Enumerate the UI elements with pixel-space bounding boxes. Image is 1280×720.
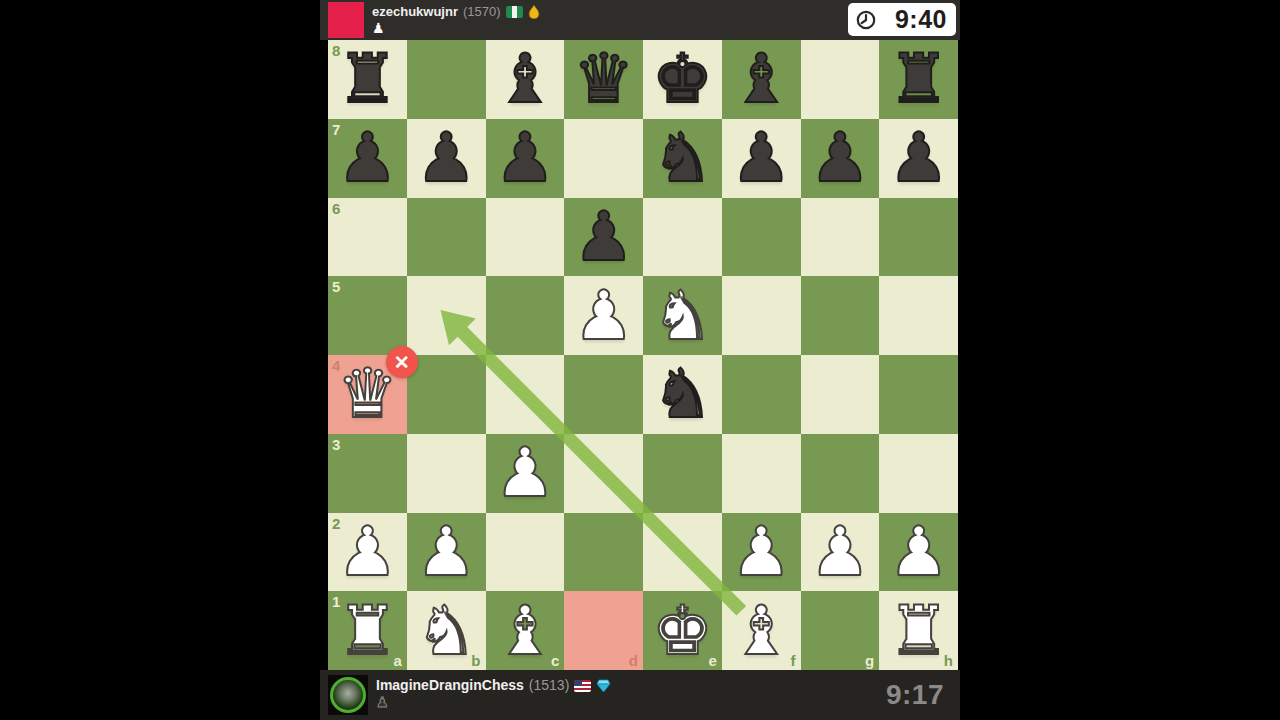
avatar-image xyxy=(330,677,366,713)
white-pawn-b2[interactable]: ♟ xyxy=(407,513,486,592)
square-b8[interactable] xyxy=(407,40,486,119)
square-d1[interactable]: d xyxy=(564,591,643,670)
black-rook-h8[interactable]: ♜ xyxy=(879,40,958,119)
square-g4[interactable] xyxy=(801,355,880,434)
white-pawn-d5[interactable]: ♟ xyxy=(564,276,643,355)
square-g8[interactable] xyxy=(801,40,880,119)
white-rook-h1[interactable]: ♜ xyxy=(879,591,958,670)
bottom-player-avatar[interactable] xyxy=(328,675,368,715)
square-b1[interactable]: b♞ xyxy=(407,591,486,670)
black-pawn-d6[interactable]: ♟ xyxy=(564,198,643,277)
square-c4[interactable] xyxy=(486,355,565,434)
square-b2[interactable]: ♟ xyxy=(407,513,486,592)
bottom-player-bar: ImagineDranginChess (1513) ♟ 9:17 xyxy=(320,670,960,720)
square-f5[interactable] xyxy=(722,276,801,355)
square-c8[interactable]: ♝ xyxy=(486,40,565,119)
white-bishop-c1[interactable]: ♝ xyxy=(486,591,565,670)
black-pawn-f7[interactable]: ♟ xyxy=(722,119,801,198)
white-knight-b1[interactable]: ♞ xyxy=(407,591,486,670)
rank-label-3: 3 xyxy=(332,436,340,453)
diamond-member-icon xyxy=(596,679,611,693)
square-a3[interactable]: 3 xyxy=(328,434,407,513)
square-e5[interactable]: ♞ xyxy=(643,276,722,355)
white-pawn-h2[interactable]: ♟ xyxy=(879,513,958,592)
square-d2[interactable] xyxy=(564,513,643,592)
white-pawn-c3[interactable]: ♟ xyxy=(486,434,565,513)
square-h7[interactable]: ♟ xyxy=(879,119,958,198)
cancel-x-badge: ✕ xyxy=(386,346,418,378)
square-f3[interactable] xyxy=(722,434,801,513)
black-knight-e7[interactable]: ♞ xyxy=(643,119,722,198)
top-player-clock: 9:40 xyxy=(848,3,956,36)
file-label-d: d xyxy=(629,652,638,669)
square-f8[interactable]: ♝ xyxy=(722,40,801,119)
square-d7[interactable] xyxy=(564,119,643,198)
square-e3[interactable] xyxy=(643,434,722,513)
square-h2[interactable]: ♟ xyxy=(879,513,958,592)
square-e4[interactable]: ♞ xyxy=(643,355,722,434)
square-e7[interactable]: ♞ xyxy=(643,119,722,198)
square-f2[interactable]: ♟ xyxy=(722,513,801,592)
square-f1[interactable]: f♝ xyxy=(722,591,801,670)
video-content-column: ezechukwujnr (1570) ♟ 9:40 8♜♝♛♚♝♜7♟♟♟♞♟… xyxy=(320,0,960,720)
white-pawn-g2[interactable]: ♟ xyxy=(801,513,880,592)
square-h4[interactable] xyxy=(879,355,958,434)
black-king-e8[interactable]: ♚ xyxy=(643,40,722,119)
square-d6[interactable]: ♟ xyxy=(564,198,643,277)
square-g2[interactable]: ♟ xyxy=(801,513,880,592)
bottom-player-name[interactable]: ImagineDranginChess xyxy=(376,678,524,693)
square-h6[interactable] xyxy=(879,198,958,277)
square-g1[interactable]: g xyxy=(801,591,880,670)
white-rook-a1[interactable]: ♜ xyxy=(328,591,407,670)
top-player-rating: (1570) xyxy=(463,4,501,19)
square-g5[interactable] xyxy=(801,276,880,355)
rank-label-5: 5 xyxy=(332,278,340,295)
square-f7[interactable]: ♟ xyxy=(722,119,801,198)
square-a5[interactable]: 5 xyxy=(328,276,407,355)
captured-pawn-icon: ♟ xyxy=(372,20,385,36)
square-a7[interactable]: 7♟ xyxy=(328,119,407,198)
captured-pawn-icon: ♟ xyxy=(376,694,389,710)
black-pawn-c7[interactable]: ♟ xyxy=(486,119,565,198)
square-h8[interactable]: ♜ xyxy=(879,40,958,119)
board-area: 8♜♝♛♚♝♜7♟♟♟♞♟♟♟6♟5♟♞4♛♞3♟2♟♟♟♟♟1a♜b♞c♝de… xyxy=(328,40,958,670)
square-c6[interactable] xyxy=(486,198,565,277)
bottom-player-rating: (1513) xyxy=(529,678,569,693)
square-d4[interactable] xyxy=(564,355,643,434)
rank-label-6: 6 xyxy=(332,200,340,217)
square-a6[interactable]: 6 xyxy=(328,198,407,277)
square-b4[interactable] xyxy=(407,355,486,434)
square-h1[interactable]: h♜ xyxy=(879,591,958,670)
square-h3[interactable] xyxy=(879,434,958,513)
square-d3[interactable] xyxy=(564,434,643,513)
white-pawn-f2[interactable]: ♟ xyxy=(722,513,801,592)
white-king-e1[interactable]: ♚ xyxy=(643,591,722,670)
square-a1[interactable]: 1a♜ xyxy=(328,591,407,670)
white-bishop-f1[interactable]: ♝ xyxy=(722,591,801,670)
white-pawn-a2[interactable]: ♟ xyxy=(328,513,407,592)
square-h5[interactable] xyxy=(879,276,958,355)
top-player-avatar[interactable] xyxy=(328,2,364,38)
bottom-player-clock: 9:17 xyxy=(886,670,944,720)
file-label-g: g xyxy=(865,652,874,669)
square-g7[interactable]: ♟ xyxy=(801,119,880,198)
square-b6[interactable] xyxy=(407,198,486,277)
black-pawn-a7[interactable]: ♟ xyxy=(328,119,407,198)
black-bishop-c8[interactable]: ♝ xyxy=(486,40,565,119)
square-c1[interactable]: c♝ xyxy=(486,591,565,670)
top-player-name[interactable]: ezechukwujnr xyxy=(372,4,458,19)
black-knight-e4[interactable]: ♞ xyxy=(643,355,722,434)
square-b5[interactable] xyxy=(407,276,486,355)
square-b7[interactable]: ♟ xyxy=(407,119,486,198)
top-clock-time: 9:40 xyxy=(877,5,947,34)
black-queen-d8[interactable]: ♛ xyxy=(564,40,643,119)
square-b3[interactable] xyxy=(407,434,486,513)
black-pawn-g7[interactable]: ♟ xyxy=(801,119,880,198)
square-a8[interactable]: 8♜ xyxy=(328,40,407,119)
square-g3[interactable] xyxy=(801,434,880,513)
square-a2[interactable]: 2♟ xyxy=(328,513,407,592)
black-pawn-b7[interactable]: ♟ xyxy=(407,119,486,198)
nigeria-flag-icon xyxy=(506,6,523,18)
square-d8[interactable]: ♛ xyxy=(564,40,643,119)
square-c3[interactable]: ♟ xyxy=(486,434,565,513)
black-rook-a8[interactable]: ♜ xyxy=(328,40,407,119)
black-pawn-h7[interactable]: ♟ xyxy=(879,119,958,198)
square-e6[interactable] xyxy=(643,198,722,277)
clock-icon xyxy=(855,9,877,31)
top-player-bar: ezechukwujnr (1570) ♟ 9:40 xyxy=(320,0,960,40)
square-c7[interactable]: ♟ xyxy=(486,119,565,198)
usa-flag-icon xyxy=(574,680,591,692)
square-c5[interactable] xyxy=(486,276,565,355)
square-e8[interactable]: ♚ xyxy=(643,40,722,119)
black-bishop-f8[interactable]: ♝ xyxy=(722,40,801,119)
square-d5[interactable]: ♟ xyxy=(564,276,643,355)
square-e2[interactable] xyxy=(643,513,722,592)
square-f6[interactable] xyxy=(722,198,801,277)
square-c2[interactable] xyxy=(486,513,565,592)
square-f4[interactable] xyxy=(722,355,801,434)
white-knight-e5[interactable]: ♞ xyxy=(643,276,722,355)
square-e1[interactable]: e♚ xyxy=(643,591,722,670)
square-g6[interactable] xyxy=(801,198,880,277)
chess-board[interactable]: 8♜♝♛♚♝♜7♟♟♟♞♟♟♟6♟5♟♞4♛♞3♟2♟♟♟♟♟1a♜b♞c♝de… xyxy=(328,40,958,670)
gold-flair-icon xyxy=(528,4,540,19)
